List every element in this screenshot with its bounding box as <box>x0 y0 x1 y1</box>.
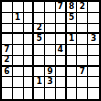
cell-r8c9[interactable] <box>88 77 99 88</box>
cell-r7c2[interactable] <box>13 67 24 78</box>
cell-r4c6[interactable] <box>56 34 67 45</box>
cell-r1c2[interactable] <box>13 2 24 13</box>
cell-r7c7[interactable] <box>67 67 78 78</box>
cell-r3c3[interactable] <box>24 24 35 35</box>
cell-r8c2[interactable] <box>13 77 24 88</box>
cell-r5c2[interactable] <box>13 45 24 56</box>
cell-r9c7[interactable] <box>67 88 78 99</box>
cell-r7c3[interactable] <box>24 67 35 78</box>
cell-r3c1[interactable] <box>2 24 13 35</box>
cell-r4c2[interactable] <box>13 34 24 45</box>
cell-r1c4[interactable] <box>34 2 45 13</box>
cell-r2c2[interactable]: 1 <box>13 13 24 24</box>
cell-r1c3[interactable] <box>24 2 35 13</box>
cell-r5c6[interactable]: 4 <box>56 45 67 56</box>
cell-r4c1[interactable] <box>2 34 13 45</box>
cell-r1c7[interactable]: 8 <box>67 2 78 13</box>
cell-r1c1[interactable] <box>2 2 13 13</box>
cell-r8c3[interactable] <box>24 77 35 88</box>
cell-r5c7[interactable] <box>67 45 78 56</box>
cell-r2c1[interactable] <box>2 13 13 24</box>
cell-r6c5[interactable] <box>45 56 56 67</box>
cell-r4c3[interactable] <box>24 34 35 45</box>
cell-r6c7[interactable] <box>67 56 78 67</box>
cell-r3c4[interactable]: 2 <box>34 24 45 35</box>
cell-r6c1[interactable]: 2 <box>2 56 13 67</box>
cell-r9c4[interactable] <box>34 88 45 99</box>
cell-r9c5[interactable] <box>45 88 56 99</box>
cell-r2c4[interactable] <box>34 13 45 24</box>
cell-r3c8[interactable] <box>77 24 88 35</box>
cell-r5c3[interactable] <box>24 45 35 56</box>
cell-r1c5[interactable] <box>45 2 56 13</box>
cell-r3c7[interactable] <box>67 24 78 35</box>
cell-r8c7[interactable] <box>67 77 78 88</box>
cell-r7c5[interactable]: 9 <box>45 67 56 78</box>
cell-r5c1[interactable]: 7 <box>2 45 13 56</box>
cell-r2c7[interactable]: 5 <box>67 13 78 24</box>
cell-r7c4[interactable] <box>34 67 45 78</box>
cell-r4c9[interactable]: 3 <box>88 34 99 45</box>
cell-r4c5[interactable] <box>45 34 56 45</box>
cell-r8c6[interactable] <box>56 77 67 88</box>
cell-r8c1[interactable] <box>2 77 13 88</box>
cell-r5c4[interactable] <box>34 45 45 56</box>
cell-r8c5[interactable]: 3 <box>45 77 56 88</box>
cell-r6c6[interactable] <box>56 56 67 67</box>
sudoku-board: 78215251374269713 <box>0 0 101 101</box>
cell-r1c6[interactable]: 7 <box>56 2 67 13</box>
cell-r6c8[interactable] <box>77 56 88 67</box>
cell-r3c2[interactable] <box>13 24 24 35</box>
cell-r2c6[interactable] <box>56 13 67 24</box>
cell-r9c1[interactable] <box>2 88 13 99</box>
cell-r8c4[interactable]: 1 <box>34 77 45 88</box>
cell-r2c8[interactable] <box>77 13 88 24</box>
cell-r5c5[interactable] <box>45 45 56 56</box>
cell-r2c3[interactable] <box>24 13 35 24</box>
cell-r1c9[interactable] <box>88 2 99 13</box>
cell-r3c9[interactable] <box>88 24 99 35</box>
cell-r3c6[interactable] <box>56 24 67 35</box>
cell-r9c6[interactable] <box>56 88 67 99</box>
cell-r4c4[interactable]: 5 <box>34 34 45 45</box>
cell-r6c3[interactable] <box>24 56 35 67</box>
cell-r8c8[interactable] <box>77 77 88 88</box>
cell-r2c9[interactable] <box>88 13 99 24</box>
cell-r9c2[interactable] <box>13 88 24 99</box>
cell-r5c8[interactable] <box>77 45 88 56</box>
cell-r5c9[interactable] <box>88 45 99 56</box>
cell-r7c9[interactable] <box>88 67 99 78</box>
cell-r6c4[interactable] <box>34 56 45 67</box>
cell-r4c7[interactable]: 1 <box>67 34 78 45</box>
cell-r2c5[interactable] <box>45 13 56 24</box>
cell-r3c5[interactable] <box>45 24 56 35</box>
cell-r6c2[interactable] <box>13 56 24 67</box>
cell-r4c8[interactable] <box>77 34 88 45</box>
cell-r9c8[interactable] <box>77 88 88 99</box>
cell-r6c9[interactable] <box>88 56 99 67</box>
cell-r9c3[interactable] <box>24 88 35 99</box>
cell-r7c1[interactable]: 6 <box>2 67 13 78</box>
cell-r1c8[interactable]: 2 <box>77 2 88 13</box>
cell-r7c6[interactable] <box>56 67 67 78</box>
cell-r9c9[interactable] <box>88 88 99 99</box>
cell-r7c8[interactable]: 7 <box>77 67 88 78</box>
